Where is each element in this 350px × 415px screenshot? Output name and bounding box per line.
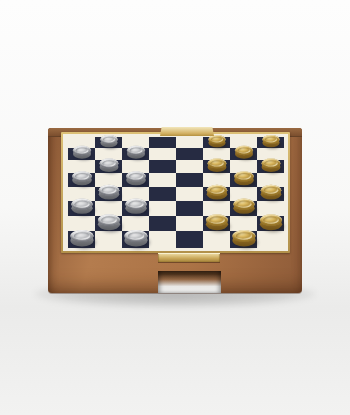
piece-top [232,230,255,242]
board-cell [122,231,149,248]
piece-top [261,158,280,168]
board-cell [230,201,257,216]
board-cell [203,231,230,248]
piece-side [207,162,226,172]
checker-piece-silver [98,185,119,200]
checker-piece-silver [125,199,146,214]
checkers-board [68,137,284,248]
board-cell [176,173,203,187]
checker-piece-silver [126,146,144,159]
board-cell [257,216,284,232]
board-cell [176,137,203,148]
board-cell [230,173,257,187]
board-cell [68,187,95,201]
board-cell [122,173,149,187]
board-cell [230,187,257,201]
piece-top [205,214,227,226]
board-cell [68,216,95,232]
board-cell [68,201,95,216]
piece-top [126,146,144,155]
board-cell [122,160,149,173]
board-cell [203,201,230,216]
board-cell [149,201,176,216]
checker-piece-gold [259,214,281,230]
board-cell [230,137,257,148]
board-cell [95,231,122,248]
piece-top [207,158,226,168]
board-cell [203,160,230,173]
piece-top [234,146,252,155]
piece-top [260,185,281,196]
board-cell [95,137,122,148]
checker-piece-silver [71,199,92,214]
board-cell [176,160,203,173]
board-cell [122,201,149,216]
board-cell [176,201,203,216]
board-cell [95,148,122,160]
checker-piece-gold [207,158,226,172]
board-cell [149,160,176,173]
board-cell [95,173,122,187]
board-cell [122,137,149,148]
board-cell [176,216,203,232]
checker-piece-gold [206,185,227,200]
piece-top [124,230,147,242]
checker-piece-gold [234,146,252,159]
piece-top [100,135,117,144]
piece-top [70,230,93,242]
brass-clasp [160,127,214,136]
piece-side [261,162,280,172]
piece-side [206,189,227,200]
checker-piece-gold [233,199,254,214]
board-cell [149,137,176,148]
board-cell [257,137,284,148]
piece-side [126,150,144,159]
checker-piece-silver [124,230,147,247]
board-cell [176,148,203,160]
piece-side [234,175,254,185]
piece-top [125,199,146,210]
piece-side [208,138,225,147]
board-cell [257,148,284,160]
board-cell [257,201,284,216]
board-cell [68,173,95,187]
board-cell [257,160,284,173]
piece-top [259,214,281,226]
piece-side [97,218,119,230]
piece-top [208,135,225,144]
piece-side [205,218,227,230]
board-cell [257,187,284,201]
checker-piece-silver [70,230,93,247]
piece-side [259,218,281,230]
checker-piece-silver [99,158,118,172]
piece-top [72,146,90,155]
piece-top [206,185,227,196]
piece-side [100,138,117,147]
piece-top [233,199,254,210]
piece-side [99,162,118,172]
board-cell [95,187,122,201]
piece-side [70,234,93,246]
checker-piece-silver [100,135,117,147]
product-photo-scene [0,0,350,415]
piece-top [126,171,146,181]
piece-side [232,234,255,246]
board-cell [230,231,257,248]
board-cell [203,137,230,148]
board-cell [95,216,122,232]
board-cell [230,148,257,160]
checker-piece-gold [232,230,255,247]
board-cell [203,173,230,187]
checker-piece-silver [97,214,119,230]
checker-piece-gold [261,158,280,172]
checker-piece-gold [208,135,225,147]
piece-top [72,171,92,181]
board-cell [149,216,176,232]
piece-side [126,175,146,185]
piece-top [71,199,92,210]
piece-top [97,214,119,226]
piece-side [98,189,119,200]
board-cell [230,216,257,232]
piece-side [262,138,279,147]
board-cell [68,160,95,173]
board-cell [257,173,284,187]
piece-side [72,175,92,185]
piece-top [99,158,118,168]
piece-side [124,234,147,246]
checker-piece-silver [126,171,146,185]
checker-piece-gold [234,171,254,185]
board-cell [68,148,95,160]
piece-side [125,203,146,214]
piece-top [262,135,279,144]
piece-side [71,203,92,214]
piece-top [234,171,254,181]
board-cell [203,187,230,201]
board-cell [257,231,284,248]
brass-pull [158,253,220,262]
board-cell [203,216,230,232]
board-cell [176,231,203,248]
board-cell [230,160,257,173]
piece-side [234,150,252,159]
piece-side [72,150,90,159]
checker-piece-gold [205,214,227,230]
board-cell [149,187,176,201]
checker-piece-silver [72,171,92,185]
board-cell [176,187,203,201]
board-cell [122,216,149,232]
board-cell [122,187,149,201]
board-cell [149,148,176,160]
piece-top [98,185,119,196]
board-cell [68,137,95,148]
board-cell [122,148,149,160]
board-cell [68,231,95,248]
board-cell [95,201,122,216]
checker-piece-silver [72,146,90,159]
board-cell [149,231,176,248]
handle-cutout [158,271,221,293]
piece-side [233,203,254,214]
board-cell [203,148,230,160]
piece-side [260,189,281,200]
board-cell [149,173,176,187]
checker-piece-gold [260,185,281,200]
checker-piece-gold [262,135,279,147]
board-cell [95,160,122,173]
